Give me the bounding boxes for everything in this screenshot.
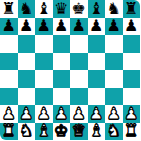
square-h4[interactable] xyxy=(123,70,141,88)
square-d7[interactable]: ♟ xyxy=(53,18,71,36)
square-d6[interactable] xyxy=(53,35,71,53)
square-h3[interactable] xyxy=(123,88,141,106)
square-c1[interactable]: ♝ xyxy=(35,123,53,141)
square-a5[interactable] xyxy=(0,53,18,71)
square-h1[interactable]: ♜ xyxy=(123,123,141,141)
piece-black-king[interactable]: ♚ xyxy=(72,1,86,17)
piece-black-pawn[interactable]: ♟ xyxy=(107,18,121,34)
square-f8[interactable]: ♝ xyxy=(88,0,106,18)
square-e7[interactable]: ♟ xyxy=(70,18,88,36)
square-g4[interactable] xyxy=(105,70,123,88)
piece-black-pawn[interactable]: ♟ xyxy=(89,18,103,34)
square-h5[interactable] xyxy=(123,53,141,71)
square-a4[interactable] xyxy=(0,70,18,88)
piece-black-queen[interactable]: ♛ xyxy=(54,1,68,17)
square-h8[interactable]: ♜ xyxy=(123,0,141,18)
square-b1[interactable]: ♞ xyxy=(18,123,36,141)
piece-black-pawn[interactable]: ♟ xyxy=(54,18,68,34)
square-a6[interactable] xyxy=(0,35,18,53)
square-e4[interactable] xyxy=(70,70,88,88)
piece-white-bishop[interactable]: ♝ xyxy=(37,123,51,139)
square-b3[interactable] xyxy=(18,88,36,106)
piece-white-knight[interactable]: ♞ xyxy=(19,123,33,139)
piece-black-pawn[interactable]: ♟ xyxy=(2,18,16,34)
square-g5[interactable] xyxy=(105,53,123,71)
square-b5[interactable] xyxy=(18,53,36,71)
square-f6[interactable] xyxy=(88,35,106,53)
square-f2[interactable]: ♟ xyxy=(88,105,106,123)
piece-black-rook[interactable]: ♜ xyxy=(124,1,138,17)
square-d8[interactable]: ♛ xyxy=(53,0,71,18)
square-a7[interactable]: ♟ xyxy=(0,18,18,36)
square-g2[interactable]: ♟ xyxy=(105,105,123,123)
square-c2[interactable]: ♟ xyxy=(35,105,53,123)
square-a8[interactable]: ♜ xyxy=(0,0,18,18)
piece-black-pawn[interactable]: ♟ xyxy=(124,18,138,34)
square-c8[interactable]: ♝ xyxy=(35,0,53,18)
square-b6[interactable] xyxy=(18,35,36,53)
square-c4[interactable] xyxy=(35,70,53,88)
piece-black-bishop[interactable]: ♝ xyxy=(37,1,51,17)
square-c6[interactable] xyxy=(35,35,53,53)
piece-white-pawn[interactable]: ♟ xyxy=(72,106,86,122)
square-h6[interactable] xyxy=(123,35,141,53)
square-b2[interactable]: ♟ xyxy=(18,105,36,123)
piece-white-knight[interactable]: ♞ xyxy=(107,123,121,139)
square-c5[interactable] xyxy=(35,53,53,71)
square-h2[interactable]: ♟ xyxy=(123,105,141,123)
piece-black-knight[interactable]: ♞ xyxy=(107,1,121,17)
square-g7[interactable]: ♟ xyxy=(105,18,123,36)
square-e8[interactable]: ♚ xyxy=(70,0,88,18)
piece-white-rook[interactable]: ♜ xyxy=(124,123,138,139)
chess-board: ♜♞♝♛♚♝♞♜♟♟♟♟♟♟♟♟♟♟♟♟♟♟♟♟♜♞♝♚♛♝♞♜ xyxy=(0,0,140,140)
square-d4[interactable] xyxy=(53,70,71,88)
piece-black-pawn[interactable]: ♟ xyxy=(37,18,51,34)
piece-white-pawn[interactable]: ♟ xyxy=(107,106,121,122)
square-g3[interactable] xyxy=(105,88,123,106)
piece-white-pawn[interactable]: ♟ xyxy=(19,106,33,122)
square-b4[interactable] xyxy=(18,70,36,88)
square-a2[interactable]: ♟ xyxy=(0,105,18,123)
piece-white-king[interactable]: ♚ xyxy=(54,123,68,139)
piece-white-rook[interactable]: ♜ xyxy=(2,123,16,139)
square-f1[interactable]: ♝ xyxy=(88,123,106,141)
square-e1[interactable]: ♛ xyxy=(70,123,88,141)
square-d3[interactable] xyxy=(53,88,71,106)
piece-black-knight[interactable]: ♞ xyxy=(19,1,33,17)
square-e2[interactable]: ♟ xyxy=(70,105,88,123)
square-c7[interactable]: ♟ xyxy=(35,18,53,36)
square-b8[interactable]: ♞ xyxy=(18,0,36,18)
square-d2[interactable]: ♟ xyxy=(53,105,71,123)
piece-white-pawn[interactable]: ♟ xyxy=(2,106,16,122)
square-d1[interactable]: ♚ xyxy=(53,123,71,141)
square-f4[interactable] xyxy=(88,70,106,88)
piece-white-pawn[interactable]: ♟ xyxy=(124,106,138,122)
square-g8[interactable]: ♞ xyxy=(105,0,123,18)
square-e5[interactable] xyxy=(70,53,88,71)
piece-white-pawn[interactable]: ♟ xyxy=(89,106,103,122)
square-c3[interactable] xyxy=(35,88,53,106)
square-a3[interactable] xyxy=(0,88,18,106)
piece-black-pawn[interactable]: ♟ xyxy=(72,18,86,34)
square-e6[interactable] xyxy=(70,35,88,53)
square-b7[interactable]: ♟ xyxy=(18,18,36,36)
piece-white-bishop[interactable]: ♝ xyxy=(89,123,103,139)
square-h7[interactable]: ♟ xyxy=(123,18,141,36)
piece-white-pawn[interactable]: ♟ xyxy=(37,106,51,122)
square-d5[interactable] xyxy=(53,53,71,71)
piece-black-rook[interactable]: ♜ xyxy=(2,1,16,17)
square-f5[interactable] xyxy=(88,53,106,71)
piece-white-queen[interactable]: ♛ xyxy=(72,123,86,139)
square-a1[interactable]: ♜ xyxy=(0,123,18,141)
piece-black-pawn[interactable]: ♟ xyxy=(19,18,33,34)
square-f7[interactable]: ♟ xyxy=(88,18,106,36)
square-f3[interactable] xyxy=(88,88,106,106)
square-e3[interactable] xyxy=(70,88,88,106)
piece-black-bishop[interactable]: ♝ xyxy=(89,1,103,17)
square-g1[interactable]: ♞ xyxy=(105,123,123,141)
piece-white-pawn[interactable]: ♟ xyxy=(54,106,68,122)
square-g6[interactable] xyxy=(105,35,123,53)
